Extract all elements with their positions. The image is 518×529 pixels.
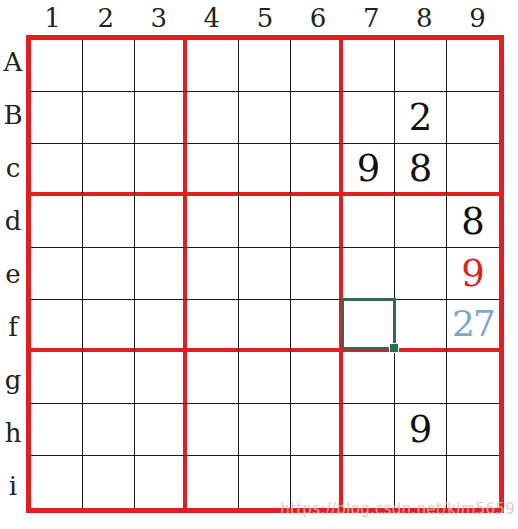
cell-B3[interactable] [135,92,187,144]
row-label-A: A [0,35,26,88]
cell-g6[interactable] [291,352,343,404]
row-label-f: f [0,301,26,354]
cell-f8[interactable] [395,300,447,352]
cell-g3[interactable] [135,352,187,404]
row-labels: ABcdefghi [0,35,26,513]
cell-d5[interactable] [239,196,291,248]
cell-f2[interactable] [83,300,135,352]
cell-B2[interactable] [83,92,135,144]
cell-f7[interactable] [343,300,395,352]
cell-B4[interactable] [187,92,239,144]
cell-e9[interactable]: 9 [447,248,499,300]
cell-c6[interactable] [291,144,343,196]
cell-i2[interactable] [83,456,135,508]
cell-e2[interactable] [83,248,135,300]
cell-g1[interactable] [31,352,83,404]
cell-A8[interactable] [395,40,447,92]
cell-f4[interactable] [187,300,239,352]
cell-i6[interactable] [291,456,343,508]
cell-B7[interactable] [343,92,395,144]
cell-f1[interactable] [31,300,83,352]
cell-A5[interactable] [239,40,291,92]
cell-c9[interactable] [447,144,499,196]
cell-A4[interactable] [187,40,239,92]
cell-A9[interactable] [447,40,499,92]
row-label-g: g [0,354,26,407]
cell-A3[interactable] [135,40,187,92]
cell-B1[interactable] [31,92,83,144]
sudoku-board: 29889279 [26,35,504,513]
col-label-8: 8 [398,0,451,35]
cell-h6[interactable] [291,404,343,456]
cell-e6[interactable] [291,248,343,300]
col-label-9: 9 [451,0,504,35]
cell-d2[interactable] [83,196,135,248]
cell-h1[interactable] [31,404,83,456]
cell-e1[interactable] [31,248,83,300]
cell-f6[interactable] [291,300,343,352]
cell-i5[interactable] [239,456,291,508]
cell-i9[interactable] [447,456,499,508]
cell-f3[interactable] [135,300,187,352]
col-label-3: 3 [132,0,185,35]
cell-i1[interactable] [31,456,83,508]
cell-c7[interactable]: 9 [343,144,395,196]
cell-A2[interactable] [83,40,135,92]
row-label-d: d [0,194,26,247]
cell-d1[interactable] [31,196,83,248]
cell-i3[interactable] [135,456,187,508]
col-label-5: 5 [238,0,291,35]
cell-h2[interactable] [83,404,135,456]
row-label-e: e [0,247,26,300]
cell-h8[interactable]: 9 [395,404,447,456]
selection-box [341,298,396,350]
fill-handle[interactable] [389,343,399,353]
cell-B8[interactable]: 2 [395,92,447,144]
row-label-i: i [0,460,26,513]
row-label-h: h [0,407,26,460]
cell-B9[interactable] [447,92,499,144]
cell-g5[interactable] [239,352,291,404]
cell-d7[interactable] [343,196,395,248]
cell-e5[interactable] [239,248,291,300]
col-label-6: 6 [292,0,345,35]
cell-c5[interactable] [239,144,291,196]
col-label-4: 4 [185,0,238,35]
cell-d8[interactable] [395,196,447,248]
cell-A6[interactable] [291,40,343,92]
cell-g9[interactable] [447,352,499,404]
cell-i7[interactable] [343,456,395,508]
col-label-2: 2 [79,0,132,35]
col-label-7: 7 [345,0,398,35]
cell-e7[interactable] [343,248,395,300]
cell-g4[interactable] [187,352,239,404]
cell-g8[interactable] [395,352,447,404]
cell-g2[interactable] [83,352,135,404]
cell-c1[interactable] [31,144,83,196]
cell-h5[interactable] [239,404,291,456]
cell-i4[interactable] [187,456,239,508]
cell-f5[interactable] [239,300,291,352]
cell-c2[interactable] [83,144,135,196]
cell-c3[interactable] [135,144,187,196]
cell-d6[interactable] [291,196,343,248]
row-label-B: B [0,88,26,141]
cell-g7[interactable] [343,352,395,404]
cell-h3[interactable] [135,404,187,456]
cell-c4[interactable] [187,144,239,196]
cell-i8[interactable] [395,456,447,508]
cell-A7[interactable] [343,40,395,92]
cell-h9[interactable] [447,404,499,456]
cell-d9[interactable]: 8 [447,196,499,248]
cell-B5[interactable] [239,92,291,144]
cell-c8[interactable]: 8 [395,144,447,196]
cell-e4[interactable] [187,248,239,300]
cell-e8[interactable] [395,248,447,300]
cell-f9[interactable]: 27 [447,300,499,352]
column-labels: 123456789 [26,0,504,35]
cell-d4[interactable] [187,196,239,248]
cell-h4[interactable] [187,404,239,456]
cell-B6[interactable] [291,92,343,144]
cell-h7[interactable] [343,404,395,456]
row-label-c: c [0,141,26,194]
col-label-1: 1 [26,0,79,35]
cell-A1[interactable] [31,40,83,92]
cell-e3[interactable] [135,248,187,300]
cell-d3[interactable] [135,196,187,248]
